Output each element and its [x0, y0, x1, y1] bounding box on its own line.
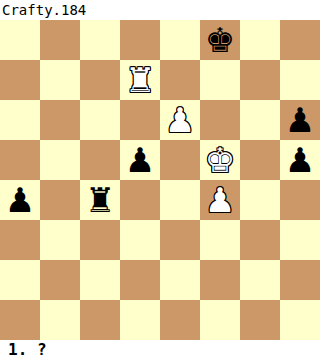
square-a5[interactable] [0, 140, 40, 180]
black-pawn-d5[interactable]: ♟ [125, 143, 155, 177]
square-b3[interactable] [40, 220, 80, 260]
square-b8[interactable] [40, 20, 80, 60]
square-f2[interactable] [200, 260, 240, 300]
square-e2[interactable] [160, 260, 200, 300]
square-a3[interactable] [0, 220, 40, 260]
square-f5[interactable]: ♚ [200, 140, 240, 180]
square-e1[interactable] [160, 300, 200, 340]
white-king-f5[interactable]: ♚ [205, 143, 235, 177]
square-d8[interactable] [120, 20, 160, 60]
square-e7[interactable] [160, 60, 200, 100]
black-rook-c4[interactable]: ♜ [85, 183, 115, 217]
square-a4[interactable]: ♟ [0, 180, 40, 220]
white-rook-d7[interactable]: ♜ [125, 63, 155, 97]
square-e8[interactable] [160, 20, 200, 60]
square-b4[interactable] [40, 180, 80, 220]
square-a7[interactable] [0, 60, 40, 100]
square-f6[interactable] [200, 100, 240, 140]
white-pawn-f4[interactable]: ♟ [205, 183, 235, 217]
square-d2[interactable] [120, 260, 160, 300]
move-prompt: 1. ? [0, 340, 320, 360]
square-g3[interactable] [240, 220, 280, 260]
square-c6[interactable] [80, 100, 120, 140]
square-h7[interactable] [280, 60, 320, 100]
square-e6[interactable]: ♟ [160, 100, 200, 140]
black-pawn-h5[interactable]: ♟ [285, 143, 315, 177]
square-c2[interactable] [80, 260, 120, 300]
square-g1[interactable] [240, 300, 280, 340]
square-g5[interactable] [240, 140, 280, 180]
square-e5[interactable] [160, 140, 200, 180]
black-pawn-a4[interactable]: ♟ [5, 183, 35, 217]
black-pawn-h6[interactable]: ♟ [285, 103, 315, 137]
black-king-f8[interactable]: ♚ [205, 23, 235, 57]
square-h2[interactable] [280, 260, 320, 300]
square-f8[interactable]: ♚ [200, 20, 240, 60]
square-b6[interactable] [40, 100, 80, 140]
square-c1[interactable] [80, 300, 120, 340]
square-c7[interactable] [80, 60, 120, 100]
square-f7[interactable] [200, 60, 240, 100]
square-b7[interactable] [40, 60, 80, 100]
square-a8[interactable] [0, 20, 40, 60]
square-g8[interactable] [240, 20, 280, 60]
square-c3[interactable] [80, 220, 120, 260]
white-pawn-e6[interactable]: ♟ [165, 103, 195, 137]
square-c8[interactable] [80, 20, 120, 60]
square-h5[interactable]: ♟ [280, 140, 320, 180]
square-e4[interactable] [160, 180, 200, 220]
square-a2[interactable] [0, 260, 40, 300]
square-g6[interactable] [240, 100, 280, 140]
square-f3[interactable] [200, 220, 240, 260]
square-b2[interactable] [40, 260, 80, 300]
square-a6[interactable] [0, 100, 40, 140]
square-g2[interactable] [240, 260, 280, 300]
square-b1[interactable] [40, 300, 80, 340]
square-h8[interactable] [280, 20, 320, 60]
square-b5[interactable] [40, 140, 80, 180]
square-g7[interactable] [240, 60, 280, 100]
window-title: Crafty.184 [0, 0, 320, 20]
square-c5[interactable] [80, 140, 120, 180]
square-e3[interactable] [160, 220, 200, 260]
square-d7[interactable]: ♜ [120, 60, 160, 100]
square-c4[interactable]: ♜ [80, 180, 120, 220]
square-d1[interactable] [120, 300, 160, 340]
square-d5[interactable]: ♟ [120, 140, 160, 180]
square-d4[interactable] [120, 180, 160, 220]
square-h3[interactable] [280, 220, 320, 260]
square-h6[interactable]: ♟ [280, 100, 320, 140]
square-d6[interactable] [120, 100, 160, 140]
chess-board: ♚♜♟♟♟♚♟♟♜♟ [0, 20, 320, 340]
square-a1[interactable] [0, 300, 40, 340]
square-h4[interactable] [280, 180, 320, 220]
square-d3[interactable] [120, 220, 160, 260]
square-f1[interactable] [200, 300, 240, 340]
square-f4[interactable]: ♟ [200, 180, 240, 220]
square-g4[interactable] [240, 180, 280, 220]
square-h1[interactable] [280, 300, 320, 340]
